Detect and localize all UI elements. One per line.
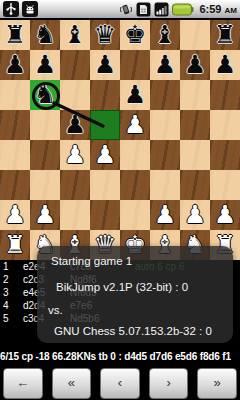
- square-d7[interactable]: ♟: [90, 50, 120, 80]
- black-pawn-d7: ♟: [90, 50, 120, 80]
- white-pawn-d4: ♟: [90, 140, 120, 170]
- adb-icon: [22, 1, 38, 17]
- vibrate-icon: [119, 2, 133, 17]
- status-bar-right: 6:59 AM: [119, 2, 237, 17]
- square-d4[interactable]: ♟: [90, 140, 120, 170]
- square-f8[interactable]: ♝: [150, 20, 180, 50]
- clock: 6:59 AM: [199, 3, 237, 15]
- black-pawn-a7: ♟: [0, 50, 30, 80]
- white-pawn-a2: ♟: [0, 200, 30, 230]
- white-pawn-c4: ♟: [60, 140, 90, 170]
- square-a7[interactable]: ♟: [0, 50, 30, 80]
- black-queen-d8: ♛: [90, 20, 120, 50]
- square-c7[interactable]: [60, 50, 90, 80]
- square-d6[interactable]: [90, 80, 120, 110]
- black-rook-h8: ♜: [210, 20, 240, 50]
- sim-icon: [136, 2, 151, 17]
- back-arrow-button[interactable]: ←: [3, 368, 43, 399]
- black-rook-a8: ♜: [0, 20, 30, 50]
- black-pawn-h7: ♟: [210, 50, 240, 80]
- square-a4[interactable]: [0, 140, 30, 170]
- black-pawn-c5: ♟: [60, 110, 90, 140]
- square-c5[interactable]: ♟: [60, 110, 90, 140]
- square-e2[interactable]: [120, 200, 150, 230]
- square-f2[interactable]: ♟: [150, 200, 180, 230]
- nav-button-row: ←«‹›»: [0, 368, 240, 397]
- move-number: 4: [0, 299, 23, 312]
- starting-game-dialog: Starting game 1 BikJump v2.1P (32-bit) :…: [37, 246, 233, 343]
- square-h7[interactable]: ♟: [210, 50, 240, 80]
- white-pawn-e5: ♟: [120, 110, 150, 140]
- square-d3[interactable]: [90, 170, 120, 200]
- black-king-e8: ♚: [120, 20, 150, 50]
- square-b4[interactable]: [30, 140, 60, 170]
- engine-analysis-line: 6/15 cp -18 66.28KNs tb 0 : d4d5 d7d6 e5…: [0, 350, 240, 364]
- move-number: 3: [0, 286, 23, 299]
- square-f6[interactable]: [150, 80, 180, 110]
- vs-label: vs.: [48, 304, 63, 316]
- black-knight-b8: ♞: [30, 20, 60, 50]
- square-e3[interactable]: [120, 170, 150, 200]
- square-g2[interactable]: ♟: [180, 200, 210, 230]
- phone-screen: 6:59 AM ♜♞♝♛♚♝♜♟♟♟♟♟♟♞♟♟♟♟♟♟♟♟♟♟♜♞♝♛♚♝♞♜…: [0, 0, 240, 400]
- square-h3[interactable]: [210, 170, 240, 200]
- dialog-title: Starting game 1: [51, 255, 132, 267]
- square-e6[interactable]: ♟: [120, 80, 150, 110]
- square-b2[interactable]: ♟: [30, 200, 60, 230]
- square-e7[interactable]: [120, 50, 150, 80]
- square-f3[interactable]: [150, 170, 180, 200]
- square-f7[interactable]: ♟: [150, 50, 180, 80]
- black-pawn-b7: ♟: [30, 50, 60, 80]
- square-c4[interactable]: ♟: [60, 140, 90, 170]
- fast-forward-button[interactable]: »: [197, 368, 237, 399]
- white-rook-a1: ♜: [0, 230, 30, 260]
- step-forward-button[interactable]: ›: [149, 368, 189, 399]
- white-pawn-h2: ♟: [210, 200, 240, 230]
- square-h8[interactable]: ♜: [210, 20, 240, 50]
- square-h2[interactable]: ♟: [210, 200, 240, 230]
- white-pawn-f2: ♟: [150, 200, 180, 230]
- move-number: 1: [0, 260, 23, 273]
- square-e4[interactable]: [120, 140, 150, 170]
- square-g8[interactable]: [180, 20, 210, 50]
- square-b6[interactable]: ♞: [30, 80, 60, 110]
- white-pawn-g2: ♟: [180, 200, 210, 230]
- square-f4[interactable]: [150, 140, 180, 170]
- square-a6[interactable]: [0, 80, 30, 110]
- square-g3[interactable]: [180, 170, 210, 200]
- step-back-button[interactable]: ‹: [100, 368, 140, 399]
- square-c3[interactable]: [60, 170, 90, 200]
- fast-rewind-button[interactable]: «: [52, 368, 92, 399]
- square-h6[interactable]: [210, 80, 240, 110]
- square-g7[interactable]: ♟: [180, 50, 210, 80]
- move-number: 5: [0, 312, 23, 325]
- square-g5[interactable]: [180, 110, 210, 140]
- white-pawn-b2: ♟: [30, 200, 60, 230]
- square-e5[interactable]: ♟: [120, 110, 150, 140]
- status-bar: 6:59 AM: [0, 0, 240, 19]
- square-d2[interactable]: [90, 200, 120, 230]
- black-pawn-e6: ♟: [120, 80, 150, 110]
- square-a1[interactable]: ♜: [0, 230, 30, 260]
- square-a8[interactable]: ♜: [0, 20, 30, 50]
- usb-icon: [3, 1, 19, 17]
- signal-icon: [154, 2, 169, 17]
- black-pawn-g7: ♟: [180, 50, 210, 80]
- chess-board[interactable]: ♜♞♝♛♚♝♜♟♟♟♟♟♟♞♟♟♟♟♟♟♟♟♟♟♜♞♝♛♚♝♞♜: [0, 20, 240, 260]
- black-knight-b6: ♞: [30, 80, 60, 110]
- square-c6[interactable]: [60, 80, 90, 110]
- square-a2[interactable]: ♟: [0, 200, 30, 230]
- black-bishop-f8: ♝: [150, 20, 180, 50]
- square-a3[interactable]: [0, 170, 30, 200]
- square-a5[interactable]: [0, 110, 30, 140]
- square-f5[interactable]: [150, 110, 180, 140]
- square-g6[interactable]: [180, 80, 210, 110]
- square-b8[interactable]: ♞: [30, 20, 60, 50]
- square-b3[interactable]: [30, 170, 60, 200]
- square-b5[interactable]: [30, 110, 60, 140]
- square-e8[interactable]: ♚: [120, 20, 150, 50]
- engine2-name: GNU Chess 5.07.153.2b-32 : 0: [54, 325, 212, 337]
- engine1-name: BikJump v2.1P (32-bit) : 0: [56, 281, 188, 293]
- square-h5[interactable]: [210, 110, 240, 140]
- battery-icon: [172, 3, 194, 16]
- black-bishop-c8: ♝: [60, 20, 90, 50]
- status-bar-left: [3, 1, 38, 17]
- square-h4[interactable]: [210, 140, 240, 170]
- square-g4[interactable]: [180, 140, 210, 170]
- square-d8[interactable]: ♛: [90, 20, 120, 50]
- move-number: 2: [0, 273, 23, 286]
- square-b7[interactable]: ♟: [30, 50, 60, 80]
- square-c8[interactable]: ♝: [60, 20, 90, 50]
- square-c2[interactable]: [60, 200, 90, 230]
- black-pawn-f7: ♟: [150, 50, 180, 80]
- square-d5[interactable]: [90, 110, 120, 140]
